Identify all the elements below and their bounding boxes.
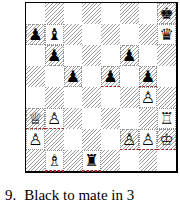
white-pawn-piece: ♙ (141, 132, 155, 148)
black-pawn-piece: ♟ (66, 69, 80, 85)
square-h1[interactable] (157, 150, 176, 171)
square-g4[interactable]: ♙ (139, 87, 158, 108)
chess-board: ♚♟♝♛♟♟♟♟♟♙♕♙♖♙♙♙♔♗♜ (25, 2, 178, 173)
square-b1[interactable]: ♗ (45, 150, 64, 171)
square-h5[interactable] (157, 66, 176, 87)
square-h8[interactable]: ♚ (157, 3, 176, 24)
square-d8[interactable] (82, 3, 101, 24)
square-a1[interactable] (26, 150, 45, 171)
black-pawn-piece: ♟ (103, 69, 117, 85)
square-f5[interactable] (120, 66, 139, 87)
square-c5[interactable]: ♟ (64, 66, 83, 87)
square-f1[interactable] (120, 150, 139, 171)
puzzle-number: 9. (5, 187, 16, 203)
black-king-piece: ♚ (159, 6, 173, 22)
square-h6[interactable] (157, 45, 176, 66)
white-pawn-piece: ♙ (28, 132, 42, 148)
square-a7[interactable]: ♟ (26, 24, 45, 45)
square-c7[interactable] (64, 24, 83, 45)
square-b2[interactable] (45, 129, 64, 150)
square-e6[interactable] (101, 45, 120, 66)
square-c8[interactable] (64, 3, 83, 24)
square-c1[interactable] (64, 150, 83, 171)
square-d5[interactable] (82, 66, 101, 87)
square-e1[interactable] (101, 150, 120, 171)
square-c3[interactable] (64, 108, 83, 129)
square-d2[interactable] (82, 129, 101, 150)
square-f4[interactable] (120, 87, 139, 108)
square-f6[interactable]: ♟ (120, 45, 139, 66)
square-g2[interactable]: ♙ (139, 129, 158, 150)
square-b4[interactable] (45, 87, 64, 108)
square-g8[interactable] (139, 3, 158, 24)
square-a4[interactable] (26, 87, 45, 108)
square-g3[interactable] (139, 108, 158, 129)
square-b5[interactable] (45, 66, 64, 87)
square-d1[interactable]: ♜ (82, 150, 101, 171)
square-h7[interactable]: ♛ (157, 24, 176, 45)
square-f8[interactable] (120, 3, 139, 24)
square-a8[interactable] (26, 3, 45, 24)
white-rook-piece: ♖ (159, 111, 173, 127)
white-pawn-piece: ♙ (122, 132, 136, 148)
square-f7[interactable] (120, 24, 139, 45)
black-pawn-piece: ♟ (47, 48, 61, 64)
square-f3[interactable] (120, 108, 139, 129)
black-pawn-piece: ♟ (28, 27, 42, 43)
square-g1[interactable] (139, 150, 158, 171)
square-f2[interactable]: ♙ (120, 129, 139, 150)
white-pawn-piece: ♙ (47, 111, 61, 127)
square-d7[interactable] (82, 24, 101, 45)
square-g6[interactable] (139, 45, 158, 66)
square-a2[interactable]: ♙ (26, 129, 45, 150)
black-pawn-piece: ♟ (122, 48, 136, 64)
puzzle-caption-text: Black to mate in 3 (24, 187, 134, 203)
puzzle-page: ♚♟♝♛♟♟♟♟♟♙♕♙♖♙♙♙♔♗♜ 9.Black to mate in 3 (0, 0, 180, 213)
square-h3[interactable]: ♖ (157, 108, 176, 129)
white-bishop-piece: ♗ (47, 153, 61, 169)
black-rook-piece: ♜ (84, 153, 98, 169)
black-queen-piece: ♛ (159, 27, 173, 43)
square-e3[interactable] (101, 108, 120, 129)
square-c2[interactable] (64, 129, 83, 150)
square-e7[interactable] (101, 24, 120, 45)
white-king-piece: ♔ (159, 132, 173, 148)
square-e5[interactable]: ♟ (101, 66, 120, 87)
square-d3[interactable] (82, 108, 101, 129)
puzzle-caption: 9.Black to mate in 3 (5, 187, 134, 204)
white-queen-piece: ♕ (28, 111, 42, 127)
square-a6[interactable] (26, 45, 45, 66)
square-b3[interactable]: ♙ (45, 108, 64, 129)
black-pawn-piece: ♟ (141, 69, 155, 85)
square-d6[interactable] (82, 45, 101, 66)
square-a3[interactable]: ♕ (26, 108, 45, 129)
square-c6[interactable] (64, 45, 83, 66)
square-b6[interactable]: ♟ (45, 45, 64, 66)
black-bishop-piece: ♝ (47, 27, 61, 43)
square-d4[interactable] (82, 87, 101, 108)
square-h2[interactable]: ♔ (157, 129, 176, 150)
square-a5[interactable] (26, 66, 45, 87)
square-e8[interactable] (101, 3, 120, 24)
white-pawn-piece: ♙ (141, 90, 155, 106)
square-g5[interactable]: ♟ (139, 66, 158, 87)
square-e4[interactable] (101, 87, 120, 108)
square-g7[interactable] (139, 24, 158, 45)
square-b8[interactable] (45, 3, 64, 24)
square-e2[interactable] (101, 129, 120, 150)
square-c4[interactable] (64, 87, 83, 108)
square-h4[interactable] (157, 87, 176, 108)
square-b7[interactable]: ♝ (45, 24, 64, 45)
